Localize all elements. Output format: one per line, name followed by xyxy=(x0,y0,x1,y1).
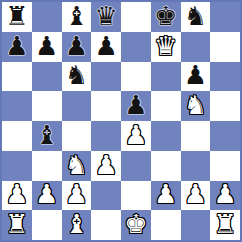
square-f7[interactable]: ♛ xyxy=(151,32,181,62)
square-a3[interactable] xyxy=(2,151,32,181)
square-g6[interactable]: ♟ xyxy=(181,62,211,92)
square-a2[interactable]: ♟ xyxy=(2,181,32,211)
square-g4[interactable] xyxy=(181,121,211,151)
square-a8[interactable]: ♜ xyxy=(2,2,32,32)
piece-white-bishop[interactable]: ♝ xyxy=(65,211,88,237)
piece-white-queen[interactable]: ♛ xyxy=(154,33,177,59)
square-a7[interactable]: ♟ xyxy=(2,32,32,62)
square-d7[interactable]: ♟ xyxy=(91,32,121,62)
piece-black-pawn[interactable]: ♟ xyxy=(94,33,117,59)
square-h5[interactable] xyxy=(210,91,240,121)
square-b5[interactable] xyxy=(32,91,62,121)
piece-white-pawn[interactable]: ♟ xyxy=(5,181,28,207)
piece-black-bishop[interactable]: ♝ xyxy=(35,122,58,148)
square-b7[interactable]: ♟ xyxy=(32,32,62,62)
square-g7[interactable] xyxy=(181,32,211,62)
square-f6[interactable] xyxy=(151,62,181,92)
piece-black-pawn[interactable]: ♟ xyxy=(184,62,207,88)
square-d4[interactable] xyxy=(91,121,121,151)
piece-black-pawn[interactable]: ♟ xyxy=(124,92,147,118)
square-c6[interactable]: ♞ xyxy=(62,62,92,92)
square-h7[interactable] xyxy=(210,32,240,62)
square-c8[interactable]: ♝ xyxy=(62,2,92,32)
piece-white-pawn[interactable]: ♟ xyxy=(65,181,88,207)
square-e3[interactable] xyxy=(121,151,151,181)
piece-white-pawn[interactable]: ♟ xyxy=(35,181,58,207)
piece-black-pawn[interactable]: ♟ xyxy=(65,33,88,59)
square-d8[interactable]: ♛ xyxy=(91,2,121,32)
square-d5[interactable] xyxy=(91,91,121,121)
piece-white-knight[interactable]: ♞ xyxy=(184,92,207,118)
square-g2[interactable]: ♟ xyxy=(181,181,211,211)
piece-black-knight[interactable]: ♞ xyxy=(65,62,88,88)
square-a6[interactable] xyxy=(2,62,32,92)
square-g1[interactable] xyxy=(181,210,211,240)
square-c5[interactable] xyxy=(62,91,92,121)
square-g5[interactable]: ♞ xyxy=(181,91,211,121)
piece-white-pawn[interactable]: ♟ xyxy=(94,152,117,178)
square-b8[interactable] xyxy=(32,2,62,32)
square-e1[interactable]: ♚ xyxy=(121,210,151,240)
square-a1[interactable]: ♜ xyxy=(2,210,32,240)
square-c2[interactable]: ♟ xyxy=(62,181,92,211)
square-e2[interactable] xyxy=(121,181,151,211)
square-d6[interactable] xyxy=(91,62,121,92)
piece-white-pawn[interactable]: ♟ xyxy=(154,181,177,207)
square-f8[interactable]: ♚ xyxy=(151,2,181,32)
square-c3[interactable]: ♞ xyxy=(62,151,92,181)
piece-white-pawn[interactable]: ♟ xyxy=(184,181,207,207)
square-e8[interactable] xyxy=(121,2,151,32)
chess-board: ♜♝♛♚♞♟♟♟♟♛♞♟♟♞♝♟♞♟♟♟♟♟♟♟♜♝♚♜ xyxy=(0,0,242,242)
square-e6[interactable] xyxy=(121,62,151,92)
piece-black-pawn[interactable]: ♟ xyxy=(5,33,28,59)
square-f2[interactable]: ♟ xyxy=(151,181,181,211)
square-h2[interactable]: ♟ xyxy=(210,181,240,211)
piece-white-king[interactable]: ♚ xyxy=(124,211,147,237)
square-h8[interactable] xyxy=(210,2,240,32)
square-e5[interactable]: ♟ xyxy=(121,91,151,121)
square-e7[interactable] xyxy=(121,32,151,62)
square-c4[interactable] xyxy=(62,121,92,151)
piece-white-knight[interactable]: ♞ xyxy=(65,152,88,178)
piece-black-rook[interactable]: ♜ xyxy=(5,3,28,29)
square-h4[interactable] xyxy=(210,121,240,151)
square-d1[interactable] xyxy=(91,210,121,240)
square-f5[interactable] xyxy=(151,91,181,121)
square-c1[interactable]: ♝ xyxy=(62,210,92,240)
square-b1[interactable] xyxy=(32,210,62,240)
square-a4[interactable] xyxy=(2,121,32,151)
square-h3[interactable] xyxy=(210,151,240,181)
square-g3[interactable] xyxy=(181,151,211,181)
square-c7[interactable]: ♟ xyxy=(62,32,92,62)
square-f4[interactable] xyxy=(151,121,181,151)
piece-black-queen[interactable]: ♛ xyxy=(94,3,117,29)
square-a5[interactable] xyxy=(2,91,32,121)
square-b2[interactable]: ♟ xyxy=(32,181,62,211)
square-b4[interactable]: ♝ xyxy=(32,121,62,151)
square-h1[interactable]: ♜ xyxy=(210,210,240,240)
piece-white-rook[interactable]: ♜ xyxy=(5,211,28,237)
square-f1[interactable] xyxy=(151,210,181,240)
piece-black-knight[interactable]: ♞ xyxy=(184,3,207,29)
square-d3[interactable]: ♟ xyxy=(91,151,121,181)
square-b3[interactable] xyxy=(32,151,62,181)
piece-black-bishop[interactable]: ♝ xyxy=(65,3,88,29)
piece-white-pawn[interactable]: ♟ xyxy=(124,122,147,148)
square-g8[interactable]: ♞ xyxy=(181,2,211,32)
square-e4[interactable]: ♟ xyxy=(121,121,151,151)
piece-black-pawn[interactable]: ♟ xyxy=(35,33,58,59)
square-d2[interactable] xyxy=(91,181,121,211)
piece-white-pawn[interactable]: ♟ xyxy=(213,181,236,207)
square-h6[interactable] xyxy=(210,62,240,92)
square-f3[interactable] xyxy=(151,151,181,181)
piece-white-rook[interactable]: ♜ xyxy=(213,211,236,237)
square-b6[interactable] xyxy=(32,62,62,92)
piece-black-king[interactable]: ♚ xyxy=(154,3,177,29)
chess-board-wrapper: ♜♝♛♚♞♟♟♟♟♛♞♟♟♞♝♟♞♟♟♟♟♟♟♟♜♝♚♜ xyxy=(0,0,242,242)
